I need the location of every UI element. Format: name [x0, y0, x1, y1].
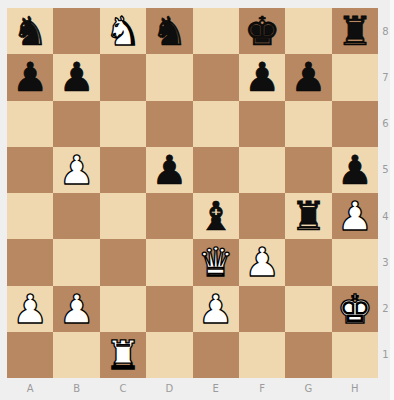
square-d2[interactable]	[146, 286, 192, 332]
square-d1[interactable]	[146, 332, 192, 378]
square-g1[interactable]	[285, 332, 331, 378]
piece-black-pawn[interactable]: ♟	[337, 150, 373, 190]
piece-black-rook[interactable]: ♜	[291, 196, 327, 236]
piece-white-rook[interactable]: ♜	[105, 335, 141, 375]
square-e4[interactable]: ♝	[193, 193, 239, 239]
square-g7[interactable]: ♟	[285, 54, 331, 100]
square-b4[interactable]	[53, 193, 99, 239]
file-label-h: H	[332, 378, 378, 399]
piece-black-pawn[interactable]: ♟	[59, 57, 95, 97]
square-g6[interactable]	[285, 101, 331, 147]
square-b2[interactable]: ♟	[53, 286, 99, 332]
piece-white-pawn[interactable]: ♟	[59, 289, 95, 329]
square-b8[interactable]	[53, 8, 99, 54]
square-e8[interactable]	[193, 8, 239, 54]
file-label-c: C	[100, 378, 146, 399]
piece-white-king[interactable]: ♚	[337, 289, 373, 329]
square-h8[interactable]: ♜	[332, 8, 378, 54]
file-label-f: F	[239, 378, 285, 399]
square-d3[interactable]	[146, 239, 192, 285]
piece-black-bishop[interactable]: ♝	[198, 196, 234, 236]
square-d5[interactable]: ♟	[146, 147, 192, 193]
square-c7[interactable]	[100, 54, 146, 100]
piece-white-pawn[interactable]: ♟	[198, 289, 234, 329]
square-a7[interactable]: ♟	[7, 54, 53, 100]
square-h5[interactable]: ♟	[332, 147, 378, 193]
square-a4[interactable]	[7, 193, 53, 239]
piece-white-pawn[interactable]: ♟	[59, 150, 95, 190]
square-f3[interactable]: ♟	[239, 239, 285, 285]
square-c1[interactable]: ♜	[100, 332, 146, 378]
file-label-e: E	[193, 378, 239, 399]
square-d8[interactable]: ♞	[146, 8, 192, 54]
square-f1[interactable]	[239, 332, 285, 378]
square-e7[interactable]	[193, 54, 239, 100]
file-label-a: A	[7, 378, 53, 399]
square-c6[interactable]	[100, 101, 146, 147]
piece-white-pawn[interactable]: ♟	[337, 196, 373, 236]
square-f6[interactable]	[239, 101, 285, 147]
square-b1[interactable]	[53, 332, 99, 378]
square-h2[interactable]: ♚	[332, 286, 378, 332]
square-g3[interactable]	[285, 239, 331, 285]
square-d4[interactable]	[146, 193, 192, 239]
square-e2[interactable]: ♟	[193, 286, 239, 332]
square-f8[interactable]: ♚	[239, 8, 285, 54]
square-g8[interactable]	[285, 8, 331, 54]
square-d6[interactable]	[146, 101, 192, 147]
square-h6[interactable]	[332, 101, 378, 147]
piece-white-queen[interactable]: ♛	[198, 242, 234, 282]
square-h4[interactable]: ♟	[332, 193, 378, 239]
file-label-g: G	[285, 378, 331, 399]
square-c4[interactable]	[100, 193, 146, 239]
piece-white-pawn[interactable]: ♟	[12, 289, 48, 329]
square-g2[interactable]	[285, 286, 331, 332]
square-a2[interactable]: ♟	[7, 286, 53, 332]
square-e1[interactable]	[193, 332, 239, 378]
square-a1[interactable]	[7, 332, 53, 378]
square-a3[interactable]	[7, 239, 53, 285]
square-f7[interactable]: ♟	[239, 54, 285, 100]
square-c8[interactable]: ♞	[100, 8, 146, 54]
square-c3[interactable]	[100, 239, 146, 285]
piece-black-pawn[interactable]: ♟	[291, 57, 327, 97]
piece-white-knight[interactable]: ♞	[105, 11, 141, 51]
square-a5[interactable]	[7, 147, 53, 193]
square-h1[interactable]	[332, 332, 378, 378]
piece-black-rook[interactable]: ♜	[337, 11, 373, 51]
square-h7[interactable]	[332, 54, 378, 100]
chess-app: ♞♞♞♚♜♟♟♟♟♟♟♟♝♜♟♛♟♟♟♟♚♜ 87654321 ABCDEFGH	[0, 0, 394, 400]
file-labels: ABCDEFGH	[7, 378, 378, 399]
square-d7[interactable]	[146, 54, 192, 100]
chess-board: ♞♞♞♚♜♟♟♟♟♟♟♟♝♜♟♛♟♟♟♟♚♜	[7, 8, 378, 378]
square-e6[interactable]	[193, 101, 239, 147]
square-b5[interactable]: ♟	[53, 147, 99, 193]
scrollbar-track[interactable]	[390, 0, 394, 400]
square-a6[interactable]	[7, 101, 53, 147]
square-b6[interactable]	[53, 101, 99, 147]
square-a8[interactable]: ♞	[7, 8, 53, 54]
square-f2[interactable]	[239, 286, 285, 332]
piece-black-pawn[interactable]: ♟	[12, 57, 48, 97]
piece-black-knight[interactable]: ♞	[12, 11, 48, 51]
square-e5[interactable]	[193, 147, 239, 193]
file-label-d: D	[146, 378, 192, 399]
piece-black-pawn[interactable]: ♟	[244, 57, 280, 97]
square-f4[interactable]	[239, 193, 285, 239]
square-g5[interactable]	[285, 147, 331, 193]
square-f5[interactable]	[239, 147, 285, 193]
piece-white-pawn[interactable]: ♟	[244, 242, 280, 282]
square-c5[interactable]	[100, 147, 146, 193]
square-h3[interactable]	[332, 239, 378, 285]
piece-black-pawn[interactable]: ♟	[151, 150, 187, 190]
square-g4[interactable]: ♜	[285, 193, 331, 239]
square-e3[interactable]: ♛	[193, 239, 239, 285]
piece-black-knight[interactable]: ♞	[151, 11, 187, 51]
square-c2[interactable]	[100, 286, 146, 332]
file-label-b: B	[53, 378, 99, 399]
piece-black-king[interactable]: ♚	[244, 11, 280, 51]
square-b7[interactable]: ♟	[53, 54, 99, 100]
square-b3[interactable]	[53, 239, 99, 285]
